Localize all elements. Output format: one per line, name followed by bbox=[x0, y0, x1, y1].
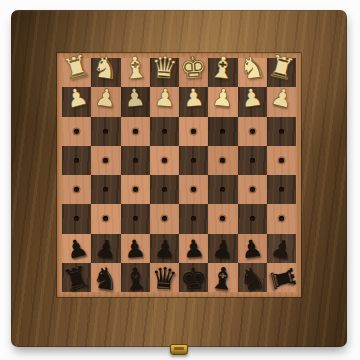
peg-hole bbox=[250, 129, 255, 134]
board-square[interactable] bbox=[267, 204, 296, 233]
board-square[interactable]: ♟ bbox=[208, 234, 237, 263]
piece-black-queen[interactable]: ♛ bbox=[150, 263, 179, 295]
peg-hole bbox=[220, 158, 225, 163]
piece-black-pawn[interactable]: ♟ bbox=[153, 236, 176, 261]
board-square[interactable]: ♟ bbox=[179, 234, 208, 263]
board-square[interactable] bbox=[179, 175, 208, 204]
piece-black-rook[interactable]: ♜ bbox=[265, 263, 301, 296]
piece-white-knight[interactable]: ♞ bbox=[237, 51, 268, 84]
peg-hole bbox=[162, 187, 167, 192]
board-square[interactable] bbox=[238, 117, 267, 146]
piece-white-king[interactable]: ♚ bbox=[179, 52, 208, 84]
peg-hole bbox=[162, 129, 167, 134]
peg-hole bbox=[220, 187, 225, 192]
piece-black-pawn[interactable]: ♟ bbox=[268, 235, 295, 263]
peg-hole bbox=[279, 216, 284, 221]
piece-white-pawn[interactable]: ♟ bbox=[182, 85, 205, 110]
peg-hole bbox=[220, 129, 225, 134]
peg-hole bbox=[162, 158, 167, 163]
board-square[interactable] bbox=[208, 117, 237, 146]
peg-hole bbox=[279, 129, 284, 134]
piece-white-pawn[interactable]: ♟ bbox=[123, 85, 147, 111]
board-square[interactable] bbox=[208, 175, 237, 204]
piece-white-pawn[interactable]: ♟ bbox=[268, 84, 295, 112]
board-square[interactable] bbox=[267, 146, 296, 175]
board-square[interactable] bbox=[91, 175, 120, 204]
peg-hole bbox=[133, 158, 138, 163]
peg-hole bbox=[133, 187, 138, 192]
board-square[interactable]: ♞ bbox=[91, 263, 120, 292]
piece-black-pawn[interactable]: ♟ bbox=[182, 236, 205, 261]
board-square[interactable] bbox=[179, 117, 208, 146]
board-square[interactable] bbox=[179, 146, 208, 175]
board-square[interactable]: ♟ bbox=[179, 87, 208, 116]
piece-white-knight[interactable]: ♞ bbox=[90, 51, 121, 84]
board-square[interactable] bbox=[150, 146, 179, 175]
board-square[interactable]: ♟ bbox=[62, 87, 91, 116]
peg-hole bbox=[191, 216, 196, 221]
piece-black-pawn[interactable]: ♟ bbox=[94, 236, 119, 263]
board-square[interactable]: ♛ bbox=[150, 263, 179, 292]
peg-hole bbox=[74, 129, 79, 134]
piece-white-pawn[interactable]: ♟ bbox=[94, 84, 119, 111]
piece-white-bishop[interactable]: ♝ bbox=[208, 51, 238, 84]
board-square[interactable]: ♝ bbox=[121, 263, 150, 292]
brass-clasp-icon bbox=[170, 344, 188, 355]
piece-black-knight[interactable]: ♞ bbox=[90, 263, 121, 296]
board-square[interactable] bbox=[238, 175, 267, 204]
board-square[interactable] bbox=[62, 146, 91, 175]
chess-board: ♜♞♝♛♚♝♞♜♟♟♟♟♟♟♟♟♟♟♟♟♟♟♟♟♜♞♝♛♚♝♞♜ bbox=[57, 53, 301, 297]
board-square[interactable]: ♟ bbox=[238, 87, 267, 116]
peg-hole bbox=[74, 158, 79, 163]
peg-hole bbox=[191, 187, 196, 192]
wooden-chess-box: ♜♞♝♛♚♝♞♜♟♟♟♟♟♟♟♟♟♟♟♟♟♟♟♟♜♞♝♛♚♝♞♜ bbox=[11, 10, 347, 347]
piece-white-pawn[interactable]: ♟ bbox=[240, 84, 265, 111]
photo-background: ♜♞♝♛♚♝♞♜♟♟♟♟♟♟♟♟♟♟♟♟♟♟♟♟♜♞♝♛♚♝♞♜ bbox=[0, 0, 360, 360]
board-square[interactable]: ♝ bbox=[208, 263, 237, 292]
board-square[interactable] bbox=[62, 175, 91, 204]
board-square[interactable] bbox=[150, 117, 179, 146]
board-square[interactable]: ♟ bbox=[267, 234, 296, 263]
peg-hole bbox=[191, 158, 196, 163]
board-square[interactable]: ♟ bbox=[150, 87, 179, 116]
board-square[interactable]: ♟ bbox=[62, 234, 91, 263]
piece-black-pawn[interactable]: ♟ bbox=[240, 236, 265, 263]
peg-hole bbox=[103, 216, 108, 221]
peg-hole bbox=[74, 187, 79, 192]
board-square[interactable] bbox=[208, 204, 237, 233]
board-square[interactable] bbox=[150, 175, 179, 204]
board-square[interactable]: ♟ bbox=[91, 87, 120, 116]
peg-hole bbox=[220, 216, 225, 221]
board-square[interactable]: ♟ bbox=[91, 234, 120, 263]
piece-white-pawn[interactable]: ♟ bbox=[153, 85, 176, 110]
piece-white-rook[interactable]: ♜ bbox=[60, 50, 94, 86]
piece-black-pawn[interactable]: ♟ bbox=[211, 236, 235, 262]
peg-hole bbox=[133, 129, 138, 134]
piece-black-king[interactable]: ♚ bbox=[179, 263, 208, 295]
board-square[interactable] bbox=[121, 117, 150, 146]
board-square[interactable]: ♜ bbox=[62, 263, 91, 292]
peg-hole bbox=[162, 216, 167, 221]
board-square[interactable] bbox=[208, 146, 237, 175]
piece-white-bishop[interactable]: ♝ bbox=[120, 52, 149, 84]
board-square[interactable] bbox=[62, 117, 91, 146]
board-square[interactable] bbox=[179, 204, 208, 233]
piece-white-queen[interactable]: ♛ bbox=[150, 52, 179, 84]
board-square[interactable] bbox=[238, 204, 267, 233]
piece-white-pawn[interactable]: ♟ bbox=[211, 85, 235, 111]
peg-hole bbox=[74, 216, 79, 221]
peg-hole bbox=[103, 158, 108, 163]
board-square[interactable]: ♞ bbox=[238, 263, 267, 292]
board-square[interactable]: ♟ bbox=[208, 87, 237, 116]
board-square[interactable] bbox=[91, 117, 120, 146]
peg-hole bbox=[250, 216, 255, 221]
board-square[interactable] bbox=[150, 204, 179, 233]
board-square[interactable] bbox=[238, 146, 267, 175]
piece-black-bishop[interactable]: ♝ bbox=[208, 263, 238, 296]
peg-hole bbox=[103, 187, 108, 192]
board-square[interactable] bbox=[121, 204, 150, 233]
board-square[interactable] bbox=[121, 175, 150, 204]
board-square[interactable] bbox=[91, 146, 120, 175]
board-square[interactable]: ♟ bbox=[121, 234, 150, 263]
board-grid: ♜♞♝♛♚♝♞♜♟♟♟♟♟♟♟♟♟♟♟♟♟♟♟♟♜♞♝♛♚♝♞♜ bbox=[62, 58, 296, 292]
board-square[interactable]: ♜ bbox=[267, 263, 296, 292]
piece-black-knight[interactable]: ♞ bbox=[237, 263, 268, 296]
board-square[interactable]: ♟ bbox=[150, 234, 179, 263]
board-square[interactable]: ♟ bbox=[121, 87, 150, 116]
board-square[interactable] bbox=[267, 117, 296, 146]
peg-hole bbox=[279, 187, 284, 192]
piece-black-rook[interactable]: ♜ bbox=[60, 261, 94, 297]
board-square[interactable]: ♚ bbox=[179, 263, 208, 292]
board-square[interactable]: ♞ bbox=[91, 58, 120, 87]
peg-hole bbox=[250, 158, 255, 163]
piece-white-pawn[interactable]: ♟ bbox=[63, 83, 90, 112]
board-square[interactable] bbox=[121, 146, 150, 175]
board-square[interactable] bbox=[62, 204, 91, 233]
board-square[interactable]: ♟ bbox=[267, 87, 296, 116]
piece-black-bishop[interactable]: ♝ bbox=[120, 263, 149, 295]
peg-hole bbox=[133, 216, 138, 221]
piece-white-rook[interactable]: ♜ bbox=[265, 50, 298, 86]
board-square[interactable] bbox=[267, 175, 296, 204]
peg-hole bbox=[279, 158, 284, 163]
peg-hole bbox=[191, 129, 196, 134]
peg-hole bbox=[103, 129, 108, 134]
piece-black-pawn[interactable]: ♟ bbox=[123, 236, 147, 262]
peg-hole bbox=[250, 187, 255, 192]
board-square[interactable] bbox=[91, 204, 120, 233]
